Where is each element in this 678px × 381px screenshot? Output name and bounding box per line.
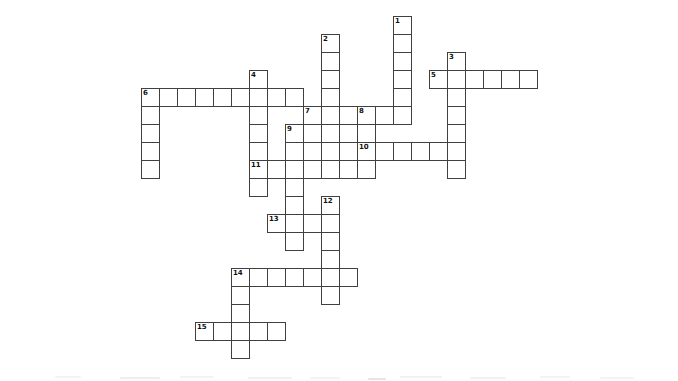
crossword-cell[interactable]: [483, 70, 502, 89]
crossword-cell[interactable]: 11: [249, 160, 268, 179]
cutoff-text-fragment: [400, 376, 442, 378]
clue-number: 2: [323, 35, 328, 43]
cutoff-text-fragment: [540, 376, 570, 378]
crossword-cell[interactable]: [159, 88, 178, 107]
crossword-cell[interactable]: [285, 232, 304, 251]
crossword-cell[interactable]: 12: [321, 196, 340, 215]
crossword-cell[interactable]: [249, 124, 268, 143]
clue-number: 9: [287, 125, 292, 133]
cutoff-text-fragment: [600, 377, 634, 379]
crossword-cell[interactable]: [231, 340, 250, 359]
crossword-cell[interactable]: [393, 106, 412, 125]
cutoff-text-fragment: [310, 377, 340, 379]
clue-number: 10: [359, 143, 369, 151]
crossword-cell[interactable]: [249, 322, 268, 341]
crossword-cell[interactable]: [321, 70, 340, 89]
cutoff-text-fragment: [470, 377, 506, 379]
crossword-cell[interactable]: [321, 160, 340, 179]
crossword-cell[interactable]: [303, 160, 322, 179]
crossword-cell[interactable]: [357, 124, 376, 143]
cutoff-text-fragment: [180, 376, 214, 378]
crossword-cell[interactable]: [141, 160, 160, 179]
crossword-cell[interactable]: [411, 142, 430, 161]
crossword-cell[interactable]: [357, 160, 376, 179]
crossword-cell[interactable]: [267, 160, 286, 179]
crossword-cell[interactable]: [321, 250, 340, 269]
crossword-cell[interactable]: [321, 268, 340, 287]
crossword-cell[interactable]: [321, 286, 340, 305]
crossword-cell[interactable]: [375, 106, 394, 125]
crossword-cell[interactable]: [339, 160, 358, 179]
clue-number: 12: [323, 197, 333, 205]
clue-number: 4: [251, 71, 256, 79]
clue-number: 15: [197, 323, 207, 331]
crossword-cell[interactable]: [447, 124, 466, 143]
crossword-cell[interactable]: [141, 106, 160, 125]
clue-number: 14: [233, 269, 243, 277]
crossword-cell[interactable]: [393, 142, 412, 161]
crossword-cell[interactable]: [285, 214, 304, 233]
crossword-cell[interactable]: [231, 286, 250, 305]
crossword-cell[interactable]: [501, 70, 520, 89]
crossword-cell[interactable]: [195, 88, 214, 107]
clue-number: 3: [449, 53, 454, 61]
crossword-cell[interactable]: [321, 142, 340, 161]
crossword-board: 123456789101112131415: [141, 16, 538, 359]
crossword-cell[interactable]: [447, 106, 466, 125]
cutoff-text-fragment: [368, 378, 386, 380]
crossword-cell[interactable]: [249, 106, 268, 125]
crossword-cell[interactable]: [285, 142, 304, 161]
crossword-cell[interactable]: [321, 232, 340, 251]
clue-number: 8: [359, 107, 364, 115]
crossword-cell[interactable]: 8: [357, 106, 376, 125]
crossword-cell[interactable]: [321, 124, 340, 143]
crossword-cell[interactable]: [213, 322, 232, 341]
crossword-cell[interactable]: [447, 88, 466, 107]
crossword-cell[interactable]: [393, 34, 412, 53]
cutoff-text-fragment: [248, 377, 292, 379]
crossword-cell[interactable]: [141, 142, 160, 161]
crossword-cell[interactable]: [285, 160, 304, 179]
cutoff-text-fragment: [120, 377, 160, 379]
crossword-cell[interactable]: 9: [285, 124, 304, 143]
crossword-cell[interactable]: [429, 142, 448, 161]
crossword-cell[interactable]: [303, 214, 322, 233]
clue-number: 13: [269, 215, 279, 223]
crossword-cell[interactable]: [267, 88, 286, 107]
crossword-cell[interactable]: [249, 178, 268, 197]
crossword-cell[interactable]: [249, 268, 268, 287]
crossword-cell[interactable]: 4: [249, 70, 268, 89]
crossword-cell[interactable]: 13: [267, 214, 286, 233]
clue-number: 7: [305, 107, 310, 115]
crossword-cell[interactable]: [321, 214, 340, 233]
crossword-cell[interactable]: [249, 142, 268, 161]
crossword-cell[interactable]: [447, 142, 466, 161]
crossword-cell[interactable]: [231, 304, 250, 323]
crossword-cell[interactable]: [321, 88, 340, 107]
crossword-cell[interactable]: [303, 268, 322, 287]
crossword-cell[interactable]: [339, 106, 358, 125]
crossword-cell[interactable]: 1: [393, 16, 412, 35]
crossword-cell[interactable]: [465, 70, 484, 89]
crossword-cell[interactable]: [339, 124, 358, 143]
clue-number: 6: [143, 89, 148, 97]
crossword-cell[interactable]: 2: [321, 34, 340, 53]
crossword-page: { "game": "crossword", "board": { "rows"…: [0, 0, 678, 381]
crossword-cell[interactable]: 5: [429, 70, 448, 89]
crossword-cell[interactable]: 7: [303, 106, 322, 125]
crossword-cell[interactable]: 6: [141, 88, 160, 107]
crossword-cell[interactable]: [393, 88, 412, 107]
crossword-cell[interactable]: [321, 52, 340, 71]
crossword-cell[interactable]: [267, 322, 286, 341]
clue-number: 1: [395, 17, 400, 25]
crossword-cell[interactable]: [231, 322, 250, 341]
crossword-cell[interactable]: [285, 268, 304, 287]
crossword-cell[interactable]: 14: [231, 268, 250, 287]
crossword-cell[interactable]: 15: [195, 322, 214, 341]
crossword-cell[interactable]: [141, 124, 160, 143]
clue-number: 5: [431, 71, 436, 79]
crossword-cell[interactable]: 10: [357, 142, 376, 161]
crossword-cell[interactable]: [285, 178, 304, 197]
crossword-cell[interactable]: [177, 88, 196, 107]
crossword-cell[interactable]: [231, 88, 250, 107]
crossword-cell[interactable]: [213, 88, 232, 107]
crossword-cell[interactable]: [447, 160, 466, 179]
crossword-cell[interactable]: [285, 196, 304, 215]
crossword-cell[interactable]: [321, 106, 340, 125]
cutoff-text-fragment: [55, 376, 81, 378]
crossword-cell[interactable]: [393, 70, 412, 89]
crossword-cell[interactable]: 3: [447, 52, 466, 71]
crossword-cell[interactable]: [519, 70, 538, 89]
crossword-cell[interactable]: [303, 124, 322, 143]
crossword-cell[interactable]: [285, 88, 304, 107]
clue-number: 11: [251, 161, 261, 169]
crossword-cell[interactable]: [267, 268, 286, 287]
crossword-cell[interactable]: [393, 52, 412, 71]
crossword-cell[interactable]: [339, 268, 358, 287]
crossword-cell[interactable]: [447, 70, 466, 89]
crossword-cell[interactable]: [249, 88, 268, 107]
crossword-cell[interactable]: [375, 142, 394, 161]
